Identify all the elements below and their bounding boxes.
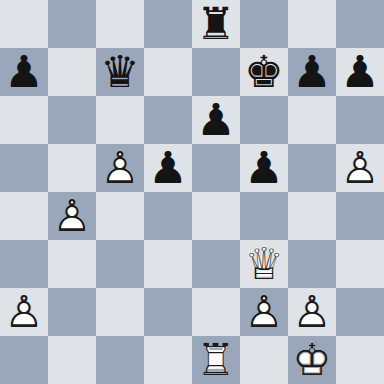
square-g8[interactable] bbox=[288, 0, 336, 48]
white-pawn-glyph-outline: ♙ bbox=[288, 288, 336, 336]
square-f5[interactable]: ♟ bbox=[240, 144, 288, 192]
black-king[interactable]: ♚ bbox=[240, 48, 288, 96]
square-f1[interactable] bbox=[240, 336, 288, 384]
white-pawn[interactable]: ♟♙ bbox=[288, 288, 336, 336]
black-pawn[interactable]: ♟ bbox=[144, 144, 192, 192]
square-e3[interactable] bbox=[192, 240, 240, 288]
black-pawn-glyph: ♟ bbox=[144, 144, 192, 192]
black-pawn-glyph: ♟ bbox=[240, 144, 288, 192]
white-pawn-glyph-outline: ♙ bbox=[48, 192, 96, 240]
square-c4[interactable] bbox=[96, 192, 144, 240]
black-pawn[interactable]: ♟ bbox=[240, 144, 288, 192]
square-g6[interactable] bbox=[288, 96, 336, 144]
square-g3[interactable] bbox=[288, 240, 336, 288]
square-g5[interactable] bbox=[288, 144, 336, 192]
square-c1[interactable] bbox=[96, 336, 144, 384]
square-f2[interactable]: ♟♙ bbox=[240, 288, 288, 336]
black-queen[interactable]: ♛ bbox=[96, 48, 144, 96]
square-b2[interactable] bbox=[48, 288, 96, 336]
square-c2[interactable] bbox=[96, 288, 144, 336]
square-a4[interactable] bbox=[0, 192, 48, 240]
black-rook-glyph: ♜ bbox=[192, 0, 240, 48]
square-f4[interactable] bbox=[240, 192, 288, 240]
black-pawn-glyph: ♟ bbox=[288, 48, 336, 96]
white-pawn-glyph-outline: ♙ bbox=[240, 288, 288, 336]
square-b4[interactable]: ♟♙ bbox=[48, 192, 96, 240]
square-b8[interactable] bbox=[48, 0, 96, 48]
square-d1[interactable] bbox=[144, 336, 192, 384]
black-king-glyph: ♚ bbox=[240, 48, 288, 96]
white-pawn-glyph-outline: ♙ bbox=[96, 144, 144, 192]
square-d5[interactable]: ♟ bbox=[144, 144, 192, 192]
white-queen[interactable]: ♛♕ bbox=[240, 240, 288, 288]
black-pawn-glyph: ♟ bbox=[336, 48, 384, 96]
square-h1[interactable] bbox=[336, 336, 384, 384]
square-d4[interactable] bbox=[144, 192, 192, 240]
square-c8[interactable] bbox=[96, 0, 144, 48]
white-pawn[interactable]: ♟♙ bbox=[48, 192, 96, 240]
square-g1[interactable]: ♚♔ bbox=[288, 336, 336, 384]
square-a7[interactable]: ♟ bbox=[0, 48, 48, 96]
square-b5[interactable] bbox=[48, 144, 96, 192]
square-g2[interactable]: ♟♙ bbox=[288, 288, 336, 336]
square-b3[interactable] bbox=[48, 240, 96, 288]
white-king-glyph-outline: ♔ bbox=[288, 336, 336, 384]
square-d8[interactable] bbox=[144, 0, 192, 48]
square-b7[interactable] bbox=[48, 48, 96, 96]
white-king[interactable]: ♚♔ bbox=[288, 336, 336, 384]
square-h7[interactable]: ♟ bbox=[336, 48, 384, 96]
square-b1[interactable] bbox=[48, 336, 96, 384]
square-h4[interactable] bbox=[336, 192, 384, 240]
black-pawn-glyph: ♟ bbox=[0, 48, 48, 96]
square-c3[interactable] bbox=[96, 240, 144, 288]
square-d6[interactable] bbox=[144, 96, 192, 144]
square-g4[interactable] bbox=[288, 192, 336, 240]
square-h6[interactable] bbox=[336, 96, 384, 144]
black-pawn[interactable]: ♟ bbox=[336, 48, 384, 96]
square-b6[interactable] bbox=[48, 96, 96, 144]
square-e2[interactable] bbox=[192, 288, 240, 336]
square-h2[interactable] bbox=[336, 288, 384, 336]
square-a8[interactable] bbox=[0, 0, 48, 48]
square-a1[interactable] bbox=[0, 336, 48, 384]
square-a5[interactable] bbox=[0, 144, 48, 192]
square-e1[interactable]: ♜♖ bbox=[192, 336, 240, 384]
square-d3[interactable] bbox=[144, 240, 192, 288]
square-e7[interactable] bbox=[192, 48, 240, 96]
square-e6[interactable]: ♟ bbox=[192, 96, 240, 144]
white-pawn[interactable]: ♟♙ bbox=[96, 144, 144, 192]
square-f3[interactable]: ♛♕ bbox=[240, 240, 288, 288]
square-g7[interactable]: ♟ bbox=[288, 48, 336, 96]
square-h3[interactable] bbox=[336, 240, 384, 288]
white-pawn-glyph-outline: ♙ bbox=[0, 288, 48, 336]
square-f6[interactable] bbox=[240, 96, 288, 144]
square-c5[interactable]: ♟♙ bbox=[96, 144, 144, 192]
black-rook[interactable]: ♜ bbox=[192, 0, 240, 48]
white-pawn[interactable]: ♟♙ bbox=[336, 144, 384, 192]
white-pawn[interactable]: ♟♙ bbox=[0, 288, 48, 336]
square-e5[interactable] bbox=[192, 144, 240, 192]
black-pawn[interactable]: ♟ bbox=[192, 96, 240, 144]
white-pawn[interactable]: ♟♙ bbox=[240, 288, 288, 336]
white-queen-glyph-outline: ♕ bbox=[240, 240, 288, 288]
square-f8[interactable] bbox=[240, 0, 288, 48]
square-d7[interactable] bbox=[144, 48, 192, 96]
square-d2[interactable] bbox=[144, 288, 192, 336]
square-a6[interactable] bbox=[0, 96, 48, 144]
square-c7[interactable]: ♛ bbox=[96, 48, 144, 96]
square-a3[interactable] bbox=[0, 240, 48, 288]
white-rook-glyph-outline: ♖ bbox=[192, 336, 240, 384]
square-c6[interactable] bbox=[96, 96, 144, 144]
square-e4[interactable] bbox=[192, 192, 240, 240]
white-rook[interactable]: ♜♖ bbox=[192, 336, 240, 384]
white-pawn-glyph-outline: ♙ bbox=[336, 144, 384, 192]
square-h5[interactable]: ♟♙ bbox=[336, 144, 384, 192]
black-queen-glyph: ♛ bbox=[96, 48, 144, 96]
square-e8[interactable]: ♜ bbox=[192, 0, 240, 48]
black-pawn[interactable]: ♟ bbox=[0, 48, 48, 96]
square-a2[interactable]: ♟♙ bbox=[0, 288, 48, 336]
chess-board: ♜♟♛♚♟♟♟♟♙♟♟♟♙♟♙♛♕♟♙♟♙♟♙♜♖♚♔ bbox=[0, 0, 384, 384]
black-pawn[interactable]: ♟ bbox=[288, 48, 336, 96]
square-h8[interactable] bbox=[336, 0, 384, 48]
black-pawn-glyph: ♟ bbox=[192, 96, 240, 144]
square-f7[interactable]: ♚ bbox=[240, 48, 288, 96]
